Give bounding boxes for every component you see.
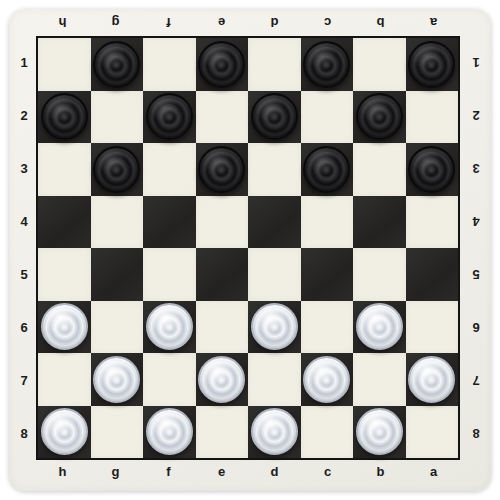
square-c6: [301, 301, 354, 354]
file-label-bottom-f: f: [142, 460, 195, 482]
square-e6: [196, 301, 249, 354]
square-a1[interactable]: [406, 38, 459, 91]
square-d1: [248, 38, 301, 91]
square-a7[interactable]: [406, 353, 459, 406]
square-f2[interactable]: [143, 91, 196, 144]
square-h2[interactable]: [38, 91, 91, 144]
white-checker-d8[interactable]: [251, 408, 298, 455]
square-h8[interactable]: [38, 406, 91, 459]
file-label-bottom-h: h: [36, 460, 89, 482]
square-e3[interactable]: [196, 143, 249, 196]
square-b7: [353, 353, 406, 406]
square-h6[interactable]: [38, 301, 91, 354]
board-grid: [36, 36, 460, 460]
square-c5[interactable]: [301, 248, 354, 301]
black-checker-c3[interactable]: [303, 146, 350, 193]
black-checker-e3[interactable]: [198, 146, 245, 193]
square-d2[interactable]: [248, 91, 301, 144]
rank-label-left-4: 4: [13, 195, 35, 248]
rank-label-right-2: 2: [465, 89, 487, 142]
black-checker-a1[interactable]: [408, 41, 455, 88]
white-checker-b8[interactable]: [356, 408, 403, 455]
rank-label-right-4: 4: [465, 195, 487, 248]
white-checker-h8[interactable]: [41, 408, 88, 455]
square-b6[interactable]: [353, 301, 406, 354]
square-b3: [353, 143, 406, 196]
square-g3[interactable]: [91, 143, 144, 196]
white-checker-h6[interactable]: [41, 303, 88, 350]
square-e7[interactable]: [196, 353, 249, 406]
square-d7: [248, 353, 301, 406]
square-a6: [406, 301, 459, 354]
white-checker-d6[interactable]: [251, 303, 298, 350]
black-checker-c1[interactable]: [303, 41, 350, 88]
square-g1[interactable]: [91, 38, 144, 91]
square-b8[interactable]: [353, 406, 406, 459]
square-c3[interactable]: [301, 143, 354, 196]
square-b5: [353, 248, 406, 301]
square-c1[interactable]: [301, 38, 354, 91]
square-h4[interactable]: [38, 196, 91, 249]
square-a3[interactable]: [406, 143, 459, 196]
black-checker-g1[interactable]: [93, 41, 140, 88]
square-f5: [143, 248, 196, 301]
rank-label-right-3: 3: [465, 142, 487, 195]
square-f8[interactable]: [143, 406, 196, 459]
black-checker-d2[interactable]: [251, 93, 298, 140]
square-d6[interactable]: [248, 301, 301, 354]
rank-labels-left: 12345678: [13, 36, 35, 460]
white-checker-b6[interactable]: [356, 303, 403, 350]
square-h5: [38, 248, 91, 301]
square-c7[interactable]: [301, 353, 354, 406]
white-checker-f6[interactable]: [146, 303, 193, 350]
square-b1: [353, 38, 406, 91]
square-a4: [406, 196, 459, 249]
rank-label-left-7: 7: [13, 354, 35, 407]
square-g6: [91, 301, 144, 354]
rank-label-left-2: 2: [13, 89, 35, 142]
square-g7[interactable]: [91, 353, 144, 406]
square-f3: [143, 143, 196, 196]
square-a5[interactable]: [406, 248, 459, 301]
square-g2: [91, 91, 144, 144]
file-label-top-a: a: [407, 12, 460, 34]
square-h1: [38, 38, 91, 91]
rank-label-left-1: 1: [13, 36, 35, 89]
square-h7: [38, 353, 91, 406]
square-c2: [301, 91, 354, 144]
file-label-top-g: g: [89, 12, 142, 34]
square-g8: [91, 406, 144, 459]
rank-label-left-5: 5: [13, 248, 35, 301]
file-label-bottom-c: c: [301, 460, 354, 482]
rank-label-right-5: 5: [465, 248, 487, 301]
square-e5[interactable]: [196, 248, 249, 301]
square-f1: [143, 38, 196, 91]
photo-background: { "game": "checkers", "description": "Ro…: [0, 0, 500, 500]
file-label-bottom-b: b: [354, 460, 407, 482]
file-label-bottom-e: e: [195, 460, 248, 482]
black-checker-f2[interactable]: [146, 93, 193, 140]
file-label-bottom-a: a: [407, 460, 460, 482]
file-label-top-d: d: [248, 12, 301, 34]
black-checker-e1[interactable]: [198, 41, 245, 88]
rank-label-right-7: 7: [465, 354, 487, 407]
square-d3: [248, 143, 301, 196]
rank-label-left-8: 8: [13, 407, 35, 460]
square-c4: [301, 196, 354, 249]
file-labels-top: hgfedcba: [36, 12, 460, 34]
square-c8: [301, 406, 354, 459]
rank-label-left-3: 3: [13, 142, 35, 195]
square-f6[interactable]: [143, 301, 196, 354]
white-checker-a7[interactable]: [408, 356, 455, 403]
square-a2: [406, 91, 459, 144]
board-mat: hgfedcba hgfedcba 12345678 12345678: [9, 9, 491, 491]
rank-labels-right: 12345678: [465, 36, 487, 460]
black-checker-g3[interactable]: [93, 146, 140, 193]
square-d4[interactable]: [248, 196, 301, 249]
rank-label-right-1: 1: [465, 36, 487, 89]
black-checker-h2[interactable]: [41, 93, 88, 140]
square-d8[interactable]: [248, 406, 301, 459]
file-label-top-h: h: [36, 12, 89, 34]
rank-label-right-6: 6: [465, 301, 487, 354]
file-label-bottom-d: d: [248, 460, 301, 482]
black-checker-b2[interactable]: [356, 93, 403, 140]
file-label-top-b: b: [354, 12, 407, 34]
rank-label-left-6: 6: [13, 301, 35, 354]
white-checker-g7[interactable]: [93, 356, 140, 403]
square-f7: [143, 353, 196, 406]
white-checker-e7[interactable]: [198, 356, 245, 403]
file-labels-bottom: hgfedcba: [36, 460, 460, 482]
square-e2: [196, 91, 249, 144]
square-g5[interactable]: [91, 248, 144, 301]
square-b4[interactable]: [353, 196, 406, 249]
white-checker-f8[interactable]: [146, 408, 193, 455]
file-label-top-e: e: [195, 12, 248, 34]
file-label-top-f: f: [142, 12, 195, 34]
square-a8: [406, 406, 459, 459]
square-e4: [196, 196, 249, 249]
square-e8: [196, 406, 249, 459]
file-label-bottom-g: g: [89, 460, 142, 482]
square-b2[interactable]: [353, 91, 406, 144]
square-h3: [38, 143, 91, 196]
white-checker-c7[interactable]: [303, 356, 350, 403]
black-checker-a3[interactable]: [408, 146, 455, 193]
file-label-top-c: c: [301, 12, 354, 34]
square-e1[interactable]: [196, 38, 249, 91]
square-g4: [91, 196, 144, 249]
square-f4[interactable]: [143, 196, 196, 249]
square-d5: [248, 248, 301, 301]
rank-label-right-8: 8: [465, 407, 487, 460]
